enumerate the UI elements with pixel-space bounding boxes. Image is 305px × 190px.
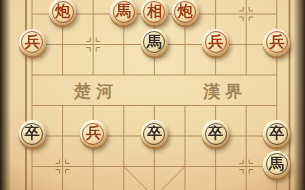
- piece-black-soldier[interactable]: 卒: [19, 120, 46, 147]
- xiangqi-board[interactable]: 楚河 漢界 炮馬相炮兵馬兵兵卒兵卒卒卒馬: [0, 0, 305, 190]
- piece-black-soldier[interactable]: 卒: [141, 120, 168, 147]
- piece-red-elephant[interactable]: 相: [141, 0, 168, 25]
- piece-red-soldier[interactable]: 兵: [202, 29, 229, 56]
- piece-red-soldier[interactable]: 兵: [19, 29, 46, 56]
- piece-black-soldier[interactable]: 卒: [263, 120, 290, 147]
- piece-red-horse[interactable]: 馬: [110, 0, 137, 25]
- piece-red-soldier[interactable]: 兵: [80, 120, 107, 147]
- piece-red-cannon[interactable]: 炮: [172, 0, 199, 25]
- piece-black-horse[interactable]: 馬: [263, 151, 290, 178]
- piece-red-soldier[interactable]: 兵: [263, 29, 290, 56]
- piece-black-soldier[interactable]: 卒: [202, 120, 229, 147]
- piece-red-cannon[interactable]: 炮: [49, 0, 76, 25]
- piece-black-horse[interactable]: 馬: [141, 29, 168, 56]
- pieces-layer: 炮馬相炮兵馬兵兵卒兵卒卒卒馬: [0, 0, 305, 190]
